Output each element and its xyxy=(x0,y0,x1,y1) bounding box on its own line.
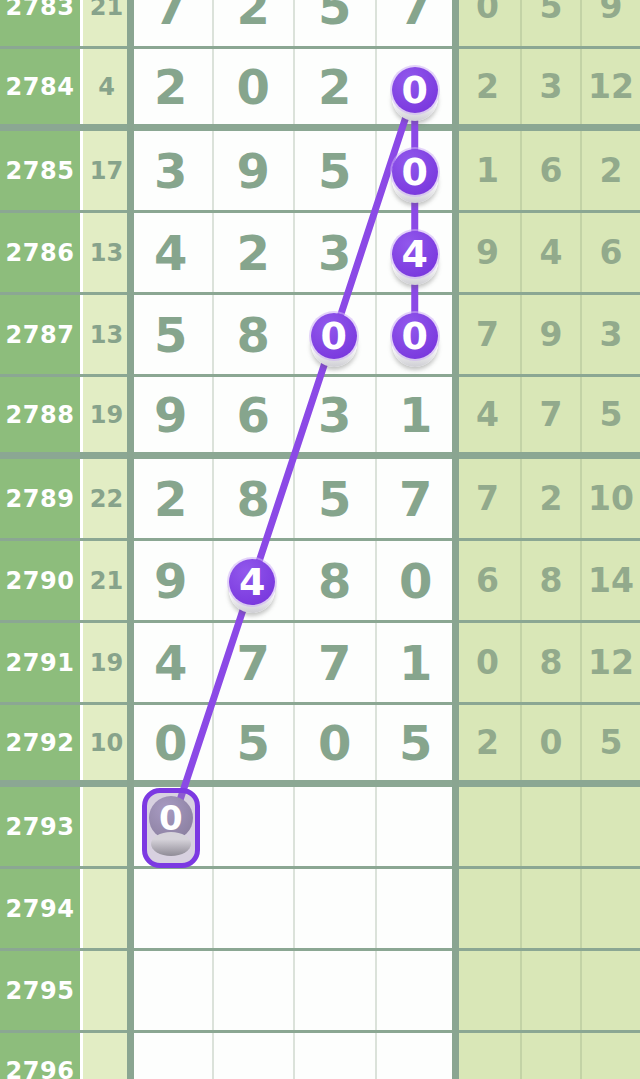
sum-cell xyxy=(80,1033,130,1079)
stat-cell: 3 xyxy=(520,49,580,124)
trend-ball: 0 xyxy=(308,310,360,362)
period-cell: 2795 xyxy=(0,951,80,1030)
ball-face: 4 xyxy=(229,559,275,605)
ball-value: 4 xyxy=(239,563,265,601)
sum-cell: 17 xyxy=(80,131,130,210)
digit-cell[interactable] xyxy=(375,869,456,948)
stat-cell xyxy=(455,787,520,866)
stat-cell xyxy=(520,787,580,866)
period-cell: 2788 xyxy=(0,377,80,452)
ball-face: 0 xyxy=(311,313,357,359)
digit-cell[interactable]: 2 xyxy=(212,213,294,292)
stat-cell: 12 xyxy=(580,623,640,702)
digit-cell[interactable]: 6 xyxy=(212,377,294,452)
stat-cell xyxy=(520,1033,580,1079)
digit-cell[interactable]: 5 xyxy=(293,0,375,46)
stat-cell: 10 xyxy=(580,459,640,538)
pending-ball-base xyxy=(151,832,191,856)
ball-value: 4 xyxy=(402,235,428,273)
ball-value: 0 xyxy=(402,153,428,191)
period-cell: 2783 xyxy=(0,0,80,46)
chart-row: 278613423946 xyxy=(0,213,640,295)
sum-cell xyxy=(80,951,130,1030)
sum-cell: 19 xyxy=(80,377,130,452)
period-cell: 2790 xyxy=(0,541,80,620)
ball-face: 4 xyxy=(392,231,438,277)
digit-cell[interactable]: 2 xyxy=(130,49,212,124)
stat-cell xyxy=(455,1033,520,1079)
stat-cell xyxy=(455,869,520,948)
ball-value: 0 xyxy=(402,317,428,355)
sum-cell: 13 xyxy=(80,213,130,292)
digit-cell[interactable] xyxy=(130,869,212,948)
period-cell: 2794 xyxy=(0,869,80,948)
sum-cell: 21 xyxy=(80,541,130,620)
grid-divider-left xyxy=(127,0,134,1079)
sum-cell: 13 xyxy=(80,295,130,374)
stat-cell: 12 xyxy=(580,49,640,124)
chart-row: 2788199631475 xyxy=(0,377,640,459)
digit-cell[interactable]: 0 xyxy=(293,705,375,780)
digit-cell[interactable]: 7 xyxy=(130,0,212,46)
period-cell: 2789 xyxy=(0,459,80,538)
digit-cell[interactable] xyxy=(212,787,294,866)
stat-cell: 0 xyxy=(455,623,520,702)
stat-cell: 14 xyxy=(580,541,640,620)
digit-cell[interactable]: 7 xyxy=(375,459,456,538)
digit-cell[interactable]: 5 xyxy=(293,131,375,210)
stat-cell: 2 xyxy=(455,705,520,780)
stat-cell xyxy=(520,951,580,1030)
digit-cell[interactable]: 0 xyxy=(212,49,294,124)
digit-cell[interactable]: 8 xyxy=(212,459,294,538)
stat-cell: 0 xyxy=(520,705,580,780)
digit-cell[interactable] xyxy=(375,951,456,1030)
period-cell: 2793 xyxy=(0,787,80,866)
stat-cell: 8 xyxy=(520,541,580,620)
digit-cell[interactable]: 1 xyxy=(375,377,456,452)
stat-cell: 5 xyxy=(580,377,640,452)
stat-cell xyxy=(580,951,640,1030)
chart-row: 2794 xyxy=(0,869,640,951)
digit-cell[interactable]: 3 xyxy=(130,131,212,210)
digit-cell[interactable]: 8 xyxy=(293,541,375,620)
digit-cell[interactable]: 8 xyxy=(212,295,294,374)
period-cell: 2787 xyxy=(0,295,80,374)
digit-cell[interactable] xyxy=(375,787,456,866)
digit-cell[interactable]: 7 xyxy=(293,623,375,702)
stat-cell: 8 xyxy=(520,623,580,702)
digit-cell[interactable]: 2 xyxy=(212,0,294,46)
sum-cell xyxy=(80,787,130,866)
chart-row: 2783217257059 xyxy=(0,0,640,49)
period-cell: 2785 xyxy=(0,131,80,210)
stat-cell: 6 xyxy=(580,213,640,292)
period-cell: 2796 xyxy=(0,1033,80,1079)
trend-ball: 0 xyxy=(389,146,441,198)
trend-ball: 4 xyxy=(226,556,278,608)
lottery-trend-chart: 2783217257059278442022312278517395162278… xyxy=(0,0,640,1079)
pending-value: 0 xyxy=(159,801,183,835)
chart-row: 2790219806814 xyxy=(0,541,640,623)
trend-ball: 0 xyxy=(389,64,441,116)
digit-cell[interactable]: 1 xyxy=(375,623,456,702)
sum-cell: 21 xyxy=(80,0,130,46)
digit-cell[interactable] xyxy=(212,869,294,948)
digit-cell[interactable]: 2 xyxy=(130,459,212,538)
period-cell: 2784 xyxy=(0,49,80,124)
sum-cell: 19 xyxy=(80,623,130,702)
digit-cell[interactable]: 7 xyxy=(375,0,456,46)
stat-cell: 2 xyxy=(580,131,640,210)
period-cell: 2786 xyxy=(0,213,80,292)
digit-cell[interactable]: 0 xyxy=(130,705,212,780)
stat-cell: 2 xyxy=(520,459,580,538)
stat-cell: 4 xyxy=(520,213,580,292)
digit-cell[interactable] xyxy=(293,787,375,866)
stat-cell: 2 xyxy=(455,49,520,124)
digit-cell[interactable]: 0 xyxy=(375,541,456,620)
digit-cell[interactable]: 9 xyxy=(130,541,212,620)
stat-cell: 4 xyxy=(455,377,520,452)
digit-cell[interactable]: 5 xyxy=(375,705,456,780)
digit-cell[interactable]: 3 xyxy=(293,377,375,452)
digit-cell[interactable] xyxy=(130,951,212,1030)
digit-cell[interactable] xyxy=(212,1033,294,1079)
stat-cell: 5 xyxy=(580,705,640,780)
digit-cell[interactable]: 4 xyxy=(130,213,212,292)
trend-ball: 4 xyxy=(389,228,441,280)
digit-cell[interactable]: 3 xyxy=(293,213,375,292)
digit-cell[interactable]: 7 xyxy=(212,623,294,702)
digit-cell[interactable] xyxy=(293,869,375,948)
sum-cell: 4 xyxy=(80,49,130,124)
stat-cell: 1 xyxy=(455,131,520,210)
grid-divider-right xyxy=(452,0,459,1079)
digit-cell[interactable] xyxy=(212,951,294,1030)
stat-cell: 7 xyxy=(455,459,520,538)
digit-cell[interactable] xyxy=(293,951,375,1030)
stat-cell: 6 xyxy=(520,131,580,210)
stat-cell xyxy=(455,951,520,1030)
stat-cell: 0 xyxy=(455,0,520,46)
period-cell: 2791 xyxy=(0,623,80,702)
digit-cell[interactable]: 2 xyxy=(293,49,375,124)
sum-cell: 10 xyxy=(80,705,130,780)
digit-cell[interactable]: 5 xyxy=(212,705,294,780)
stat-cell: 9 xyxy=(520,295,580,374)
ball-value: 0 xyxy=(402,71,428,109)
ball-face: 0 xyxy=(392,313,438,359)
stat-cell: 7 xyxy=(455,295,520,374)
digit-cell[interactable]: 9 xyxy=(212,131,294,210)
digit-cell[interactable] xyxy=(293,1033,375,1079)
stat-cell: 5 xyxy=(520,0,580,46)
stat-cell: 7 xyxy=(520,377,580,452)
chart-row: 27892228577210 xyxy=(0,459,640,541)
stat-cell: 6 xyxy=(455,541,520,620)
chart-row: 278442022312 xyxy=(0,49,640,131)
ball-value: 0 xyxy=(321,317,347,355)
stat-cell: 9 xyxy=(580,0,640,46)
pending-selection-marker[interactable]: 0 xyxy=(142,788,200,868)
chart-row: 2796 xyxy=(0,1033,640,1079)
digit-cell[interactable]: 5 xyxy=(130,295,212,374)
digit-cell[interactable]: 5 xyxy=(293,459,375,538)
ball-face: 0 xyxy=(392,67,438,113)
sum-cell: 22 xyxy=(80,459,130,538)
stat-cell xyxy=(520,869,580,948)
stat-cell: 9 xyxy=(455,213,520,292)
sum-cell xyxy=(80,869,130,948)
chart-row: 2793 xyxy=(0,787,640,869)
stat-cell xyxy=(580,869,640,948)
period-cell: 2792 xyxy=(0,705,80,780)
stat-cell xyxy=(580,787,640,866)
digit-cell[interactable]: 4 xyxy=(130,623,212,702)
chart-row: 2792100505205 xyxy=(0,705,640,787)
digit-cell[interactable] xyxy=(130,1033,212,1079)
digit-cell[interactable] xyxy=(375,1033,456,1079)
chart-rows: 2783217257059278442022312278517395162278… xyxy=(0,0,640,1079)
stat-cell: 3 xyxy=(580,295,640,374)
chart-row: 278517395162 xyxy=(0,131,640,213)
digit-cell[interactable]: 9 xyxy=(130,377,212,452)
chart-row: 2795 xyxy=(0,951,640,1033)
stat-cell xyxy=(580,1033,640,1079)
chart-row: 27911947710812 xyxy=(0,623,640,705)
trend-ball: 0 xyxy=(389,310,441,362)
ball-face: 0 xyxy=(392,149,438,195)
